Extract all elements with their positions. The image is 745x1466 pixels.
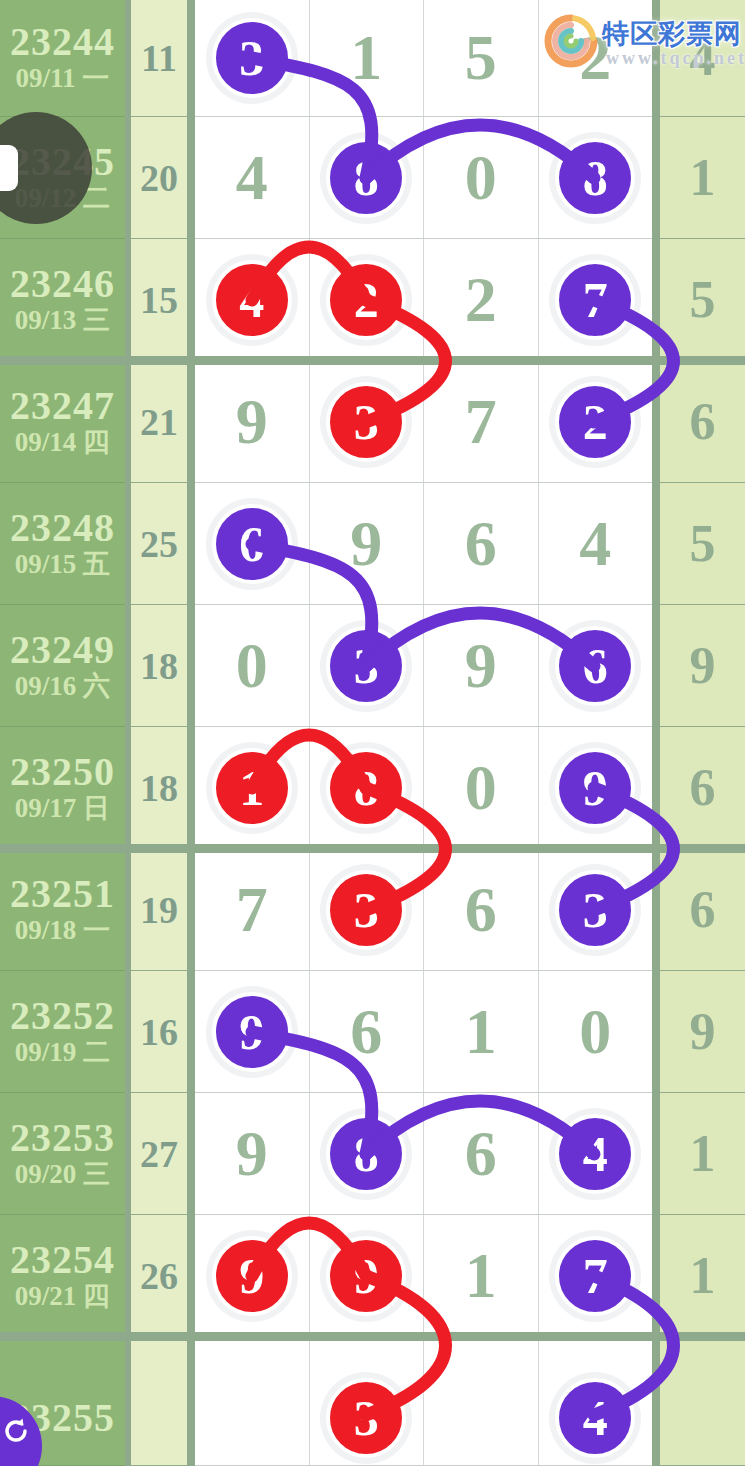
digit-cell: 8 <box>539 117 653 239</box>
sum-value: 25 <box>140 522 178 566</box>
draw-date: 09/13 三 <box>15 305 110 336</box>
chart-row: 2325009/17 日1818096 <box>0 727 745 849</box>
column-divider <box>187 361 195 483</box>
digit-cell: 4 <box>195 117 310 239</box>
digit-cell: 2 <box>539 361 653 483</box>
digit-value: 5 <box>465 26 497 90</box>
digit-cell: 9 <box>195 1093 310 1215</box>
digit-cell: 7 <box>539 1215 653 1337</box>
column-divider <box>652 1337 660 1466</box>
digit-cell: 0 <box>424 727 539 849</box>
digit-cell: 6 <box>195 483 310 605</box>
section-divider <box>0 844 745 853</box>
digit-cell: 7 <box>539 239 653 361</box>
right-digit-cell: 1 <box>660 1093 745 1215</box>
circled-digit-red: 1 <box>212 748 292 828</box>
circled-digit-purple: 9 <box>212 992 292 1072</box>
circled-digit-purple: 8 <box>555 138 635 218</box>
digit-value: 6 <box>583 641 608 691</box>
digit-value: 6 <box>690 884 716 936</box>
circled-digit-purple: 9 <box>555 748 635 828</box>
digit-value: 7 <box>583 275 608 325</box>
circled-digit-red: 4 <box>212 260 292 340</box>
chart-row: 2325109/18 一1973636 <box>0 849 745 971</box>
sum-cell: 27 <box>131 1093 187 1215</box>
circled-digit-purple: 3 <box>212 18 292 98</box>
digit-cell: 1 <box>424 971 539 1093</box>
digit-value: 4 <box>583 1393 608 1443</box>
digit-value: 1 <box>690 152 716 204</box>
circled-digit-red: 3 <box>326 870 406 950</box>
digit-value: 6 <box>690 762 716 814</box>
digit-cell: 7 <box>424 361 539 483</box>
digit-cell: 1 <box>310 0 425 117</box>
draw-date: 09/14 四 <box>15 427 110 458</box>
period-number: 23244 <box>10 21 115 63</box>
period-number: 23249 <box>10 629 115 671</box>
digit-value: 0 <box>236 634 268 698</box>
circled-digit-purple: 8 <box>326 1114 406 1194</box>
period-number: 23247 <box>10 385 115 427</box>
period-number: 23251 <box>10 873 115 915</box>
right-digit-cell: 9 <box>660 971 745 1093</box>
digit-value: 9 <box>583 763 608 813</box>
circled-digit-purple: 4 <box>555 1114 635 1194</box>
column-divider <box>187 849 195 971</box>
digit-cell: 3 <box>310 1337 425 1466</box>
digit-value: 0 <box>465 146 497 210</box>
digit-value: 1 <box>690 1250 716 1302</box>
digit-value: 9 <box>690 640 716 692</box>
digit-cell: 2 <box>424 239 539 361</box>
circled-digit-purple: 7 <box>555 260 635 340</box>
digit-cell: 6 <box>310 971 425 1093</box>
right-digit-cell: 1 <box>660 1215 745 1337</box>
digit-cell <box>424 1337 539 1466</box>
digit-value: 3 <box>354 641 379 691</box>
chart-row: 2325309/20 三2798641 <box>0 1093 745 1215</box>
sum-cell: 18 <box>131 727 187 849</box>
digit-value: 9 <box>239 1007 264 1057</box>
digit-value: 1 <box>350 26 382 90</box>
digit-cell: 0 <box>424 117 539 239</box>
sum-value: 15 <box>140 278 178 322</box>
digit-value: 6 <box>239 519 264 569</box>
circled-digit-purple: 6 <box>212 504 292 584</box>
sum-cell: 18 <box>131 605 187 727</box>
sum-value: 11 <box>141 36 177 80</box>
sum-cell: 26 <box>131 1215 187 1337</box>
digit-value: 3 <box>583 885 608 935</box>
digit-cell: 0 <box>539 971 653 1093</box>
column-divider <box>187 727 195 849</box>
right-digit-cell: 6 <box>660 361 745 483</box>
digit-cell: 1 <box>195 727 310 849</box>
sum-value: 18 <box>140 644 178 688</box>
circled-digit-red: 9 <box>326 1236 406 1316</box>
circled-digit-purple: 3 <box>555 870 635 950</box>
right-digit-cell: 9 <box>660 605 745 727</box>
sum-value: 19 <box>140 888 178 932</box>
period-number: 23248 <box>10 507 115 549</box>
draw-date: 09/21 四 <box>15 1281 110 1312</box>
digit-cell: 9 <box>195 361 310 483</box>
column-divider <box>652 1215 660 1337</box>
sum-value: 26 <box>140 1254 178 1298</box>
digit-cell: 4 <box>539 1337 653 1466</box>
digit-cell: 9 <box>310 1215 425 1337</box>
column-divider <box>187 1337 195 1466</box>
column-divider <box>187 605 195 727</box>
draw-date: 09/17 日 <box>15 793 110 824</box>
column-divider <box>652 727 660 849</box>
digit-cell: 4 <box>195 239 310 361</box>
digit-value: 9 <box>350 512 382 576</box>
chart-row: 2324909/16 六1803969 <box>0 605 745 727</box>
sum-value: 21 <box>140 400 178 444</box>
digit-value: 4 <box>579 512 611 576</box>
digit-value: 3 <box>354 397 379 447</box>
period-cell: 2325409/21 四 <box>0 1215 125 1337</box>
chart-row: 2324809/15 五2569645 <box>0 483 745 605</box>
period-number: 23252 <box>10 995 115 1037</box>
digit-value: 3 <box>354 885 379 935</box>
digit-value: 6 <box>690 396 716 448</box>
digit-cell: 5 <box>424 0 539 117</box>
period-cell: 2325109/18 一 <box>0 849 125 971</box>
digit-value: 8 <box>354 1129 379 1179</box>
digit-value: 9 <box>236 1122 268 1186</box>
sum-value: 27 <box>140 1132 178 1176</box>
sum-cell: 21 <box>131 361 187 483</box>
section-divider <box>0 1332 745 1341</box>
digit-value: 8 <box>583 153 608 203</box>
digit-cell: 9 <box>310 483 425 605</box>
digit-cell: 0 <box>195 605 310 727</box>
period-number: 23253 <box>10 1117 115 1159</box>
digit-value: 7 <box>465 390 497 454</box>
digit-cell: 8 <box>310 727 425 849</box>
period-cell: 2324409/11 一 <box>0 0 125 117</box>
digit-value: 6 <box>350 1000 382 1064</box>
section-divider <box>0 356 745 365</box>
period-cell: 2325209/19 二 <box>0 971 125 1093</box>
logo-wordmark: 特区彩票网 <box>602 16 742 52</box>
circled-digit-purple: 6 <box>555 626 635 706</box>
digit-value: 8 <box>354 763 379 813</box>
digit-cell: 6 <box>424 1093 539 1215</box>
column-divider <box>187 239 195 361</box>
site-logo: 特区彩票网 www.tqcp.net <box>538 8 745 80</box>
digit-value: 4 <box>236 146 268 210</box>
digit-value: 9 <box>354 1251 379 1301</box>
digit-cell <box>195 1337 310 1466</box>
circled-digit-red: 3 <box>326 1378 406 1458</box>
digit-cell: 9 <box>195 1215 310 1337</box>
digit-value: 3 <box>239 33 264 83</box>
circled-digit-red: 8 <box>326 748 406 828</box>
assistive-touch-icon <box>0 145 18 191</box>
digit-cell: 6 <box>539 605 653 727</box>
period-number: 23246 <box>10 263 115 305</box>
draw-date: 09/18 一 <box>15 915 110 946</box>
digit-cell: 9 <box>539 727 653 849</box>
draw-date: 09/20 三 <box>15 1159 110 1190</box>
digit-cell: 2 <box>310 239 425 361</box>
column-divider <box>187 483 195 605</box>
sum-value: 20 <box>140 156 178 200</box>
draw-date: 09/19 二 <box>15 1037 110 1068</box>
sum-cell: 16 <box>131 971 187 1093</box>
digit-cell: 3 <box>310 361 425 483</box>
digit-value: 8 <box>354 153 379 203</box>
circled-digit-red: 9 <box>212 1236 292 1316</box>
digit-value: 0 <box>579 1000 611 1064</box>
digit-value: 1 <box>239 763 264 813</box>
chart-row: 2325534 <box>0 1337 745 1466</box>
logo-swirl-icon <box>543 13 599 69</box>
column-divider <box>187 0 195 117</box>
sum-cell <box>131 1337 187 1466</box>
refresh-icon <box>1 1416 31 1446</box>
digit-value: 9 <box>236 390 268 454</box>
right-digit-cell: 5 <box>660 483 745 605</box>
digit-value: 0 <box>465 756 497 820</box>
column-divider <box>187 1215 195 1337</box>
sum-cell: 15 <box>131 239 187 361</box>
right-digit-cell <box>660 1337 745 1466</box>
chart-row: 2324709/14 四2193726 <box>0 361 745 483</box>
digit-value: 7 <box>583 1251 608 1301</box>
digit-cell: 9 <box>424 605 539 727</box>
circled-digit-red: 2 <box>326 260 406 340</box>
circled-digit-purple: 3 <box>326 626 406 706</box>
sum-value: 18 <box>140 766 178 810</box>
period-cell: 2324609/13 三 <box>0 239 125 361</box>
sum-cell: 25 <box>131 483 187 605</box>
digit-cell: 4 <box>539 483 653 605</box>
digit-value: 6 <box>465 1122 497 1186</box>
draw-date: 09/16 六 <box>15 671 110 702</box>
period-cell: 2325309/20 三 <box>0 1093 125 1215</box>
digit-value: 4 <box>583 1129 608 1179</box>
chart-row: 2324609/13 三1542275 <box>0 239 745 361</box>
digit-value: 1 <box>690 1128 716 1180</box>
sum-cell: 19 <box>131 849 187 971</box>
right-digit-cell: 6 <box>660 727 745 849</box>
right-digit-cell: 1 <box>660 117 745 239</box>
column-divider <box>652 483 660 605</box>
digit-value: 5 <box>690 274 716 326</box>
digit-value: 1 <box>465 1000 497 1064</box>
circled-digit-red: 3 <box>326 382 406 462</box>
column-divider <box>652 1093 660 1215</box>
digit-cell: 3 <box>310 605 425 727</box>
digit-cell: 3 <box>195 0 310 117</box>
column-divider <box>652 971 660 1093</box>
digit-cell: 3 <box>539 849 653 971</box>
period-cell: 2324709/14 四 <box>0 361 125 483</box>
digit-value: 9 <box>239 1251 264 1301</box>
column-divider <box>652 361 660 483</box>
logo-url: www.tqcp.net <box>606 48 745 69</box>
period-number: 23254 <box>10 1239 115 1281</box>
digit-value: 2 <box>583 397 608 447</box>
digit-cell: 7 <box>195 849 310 971</box>
lottery-trend-chart-page: 2324409/11 一11315242324509/12 二204808123… <box>0 0 745 1466</box>
period-cell: 2324909/16 六 <box>0 605 125 727</box>
digit-cell: 3 <box>310 849 425 971</box>
right-digit-cell: 5 <box>660 239 745 361</box>
chart-row: 2324509/12 二2048081 <box>0 117 745 239</box>
period-cell: 2325009/17 日 <box>0 727 125 849</box>
trend-grid: 2324409/11 一11315242324509/12 二204808123… <box>0 0 745 1466</box>
draw-date: 09/15 五 <box>15 549 110 580</box>
digit-value: 6 <box>465 512 497 576</box>
digit-value: 1 <box>465 1244 497 1308</box>
period-number: 23250 <box>10 751 115 793</box>
digit-value: 2 <box>465 268 497 332</box>
digit-value: 3 <box>354 1393 379 1443</box>
sum-value: 16 <box>140 1010 178 1054</box>
column-divider <box>652 117 660 239</box>
circled-digit-purple: 2 <box>555 382 635 462</box>
draw-date: 09/11 一 <box>16 63 110 94</box>
chart-row: 2325209/19 二1696109 <box>0 971 745 1093</box>
column-divider <box>652 849 660 971</box>
column-divider <box>652 239 660 361</box>
column-divider <box>187 971 195 1093</box>
digit-value: 4 <box>239 275 264 325</box>
sum-cell: 20 <box>131 117 187 239</box>
chart-row: 2325409/21 四2699171 <box>0 1215 745 1337</box>
period-cell: 2324809/15 五 <box>0 483 125 605</box>
digit-value: 9 <box>690 1006 716 1058</box>
circled-digit-purple: 8 <box>326 138 406 218</box>
digit-cell: 6 <box>424 849 539 971</box>
digit-cell: 6 <box>424 483 539 605</box>
right-digit-cell: 6 <box>660 849 745 971</box>
digit-value: 2 <box>354 275 379 325</box>
digit-value: 6 <box>465 878 497 942</box>
digit-cell: 4 <box>539 1093 653 1215</box>
column-divider <box>187 117 195 239</box>
circled-digit-purple: 4 <box>555 1378 635 1458</box>
sum-cell: 11 <box>131 0 187 117</box>
digit-cell: 9 <box>195 971 310 1093</box>
digit-cell: 8 <box>310 117 425 239</box>
digit-value: 5 <box>690 518 716 570</box>
column-divider <box>652 605 660 727</box>
digit-value: 9 <box>465 634 497 698</box>
circled-digit-purple: 7 <box>555 1236 635 1316</box>
digit-cell: 8 <box>310 1093 425 1215</box>
digit-cell: 1 <box>424 1215 539 1337</box>
column-divider <box>187 1093 195 1215</box>
digit-value: 7 <box>236 878 268 942</box>
